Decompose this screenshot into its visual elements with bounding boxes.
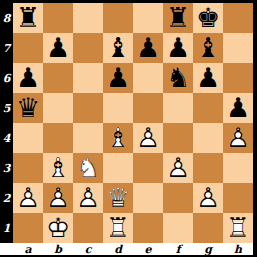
file-label-e: e: [133, 243, 163, 255]
white-pawn-icon: ♟♙: [73, 183, 103, 213]
black-pawn-icon: ♟: [103, 63, 133, 93]
square-h8[interactable]: [223, 3, 253, 33]
black-rook-icon: ♜: [13, 3, 43, 33]
square-c8[interactable]: [73, 3, 103, 33]
square-b4[interactable]: [43, 123, 73, 153]
white-rook-icon: ♜♖: [223, 213, 253, 243]
file-label-d: d: [103, 243, 133, 255]
white-rook-icon: ♜♖: [103, 213, 133, 243]
white-king-icon: ♚♔: [43, 213, 73, 243]
file-label-g: g: [193, 243, 223, 255]
black-pawn-icon: ♟: [163, 33, 193, 63]
rank-label-1: 1: [0, 213, 13, 243]
square-d3[interactable]: [103, 153, 133, 183]
chess-board: ♜♜♚♟♝♟♟♝♟♟♞♟♛♟♝♗♟♙♟♙♝♗♞♘♟♙♟♙♟♙♟♙♛♕♟♙♚♔♜♖…: [13, 3, 253, 243]
black-pawn-icon: ♟: [193, 63, 223, 93]
square-f7[interactable]: ♟: [163, 33, 193, 63]
file-label-a: a: [13, 243, 43, 255]
square-g3[interactable]: [193, 153, 223, 183]
square-d8[interactable]: [103, 3, 133, 33]
square-e4[interactable]: ♟♙: [133, 123, 163, 153]
square-h7[interactable]: [223, 33, 253, 63]
square-b6[interactable]: [43, 63, 73, 93]
square-b2[interactable]: ♟♙: [43, 183, 73, 213]
square-h2[interactable]: [223, 183, 253, 213]
black-bishop-icon: ♝: [193, 33, 223, 63]
square-e8[interactable]: [133, 3, 163, 33]
square-d1[interactable]: ♜♖: [103, 213, 133, 243]
square-f6[interactable]: ♞: [163, 63, 193, 93]
rank-label-7: 7: [0, 33, 13, 63]
square-c3[interactable]: ♞♘: [73, 153, 103, 183]
rank-label-4: 4: [0, 123, 13, 153]
file-label-c: c: [73, 243, 103, 255]
square-f2[interactable]: [163, 183, 193, 213]
square-b5[interactable]: [43, 93, 73, 123]
rank-label-5: 5: [0, 93, 13, 123]
square-g1[interactable]: [193, 213, 223, 243]
square-g4[interactable]: [193, 123, 223, 153]
square-a7[interactable]: [13, 33, 43, 63]
square-e7[interactable]: ♟: [133, 33, 163, 63]
square-d5[interactable]: [103, 93, 133, 123]
square-c2[interactable]: ♟♙: [73, 183, 103, 213]
square-c7[interactable]: [73, 33, 103, 63]
black-pawn-icon: ♟: [133, 33, 163, 63]
square-c1[interactable]: [73, 213, 103, 243]
square-g2[interactable]: ♟♙: [193, 183, 223, 213]
white-pawn-icon: ♟♙: [163, 153, 193, 183]
square-d6[interactable]: ♟: [103, 63, 133, 93]
square-e2[interactable]: [133, 183, 163, 213]
square-d4[interactable]: ♝♗: [103, 123, 133, 153]
black-pawn-icon: ♟: [43, 33, 73, 63]
square-a8[interactable]: ♜: [13, 3, 43, 33]
square-a4[interactable]: [13, 123, 43, 153]
square-d7[interactable]: ♝: [103, 33, 133, 63]
rank-label-8: 8: [0, 3, 13, 33]
square-e6[interactable]: [133, 63, 163, 93]
square-g6[interactable]: ♟: [193, 63, 223, 93]
white-bishop-icon: ♝♗: [103, 123, 133, 153]
square-g8[interactable]: ♚: [193, 3, 223, 33]
square-a3[interactable]: [13, 153, 43, 183]
rank-label-2: 2: [0, 183, 13, 213]
square-f4[interactable]: [163, 123, 193, 153]
black-knight-icon: ♞: [163, 63, 193, 93]
square-a1[interactable]: [13, 213, 43, 243]
file-label-b: b: [43, 243, 73, 255]
black-rook-icon: ♜: [163, 3, 193, 33]
white-pawn-icon: ♟♙: [193, 183, 223, 213]
rank-label-6: 6: [0, 63, 13, 93]
white-bishop-icon: ♝♗: [43, 153, 73, 183]
square-b7[interactable]: ♟: [43, 33, 73, 63]
square-c4[interactable]: [73, 123, 103, 153]
square-h3[interactable]: [223, 153, 253, 183]
white-pawn-icon: ♟♙: [223, 123, 253, 153]
white-knight-icon: ♞♘: [73, 153, 103, 183]
black-pawn-icon: ♟: [223, 93, 253, 123]
square-a5[interactable]: ♛: [13, 93, 43, 123]
black-queen-icon: ♛: [13, 93, 43, 123]
square-h6[interactable]: [223, 63, 253, 93]
square-h4[interactable]: ♟♙: [223, 123, 253, 153]
black-bishop-icon: ♝: [103, 33, 133, 63]
black-pawn-icon: ♟: [13, 63, 43, 93]
square-f5[interactable]: [163, 93, 193, 123]
square-a2[interactable]: ♟♙: [13, 183, 43, 213]
square-c5[interactable]: [73, 93, 103, 123]
board-border-right: [253, 0, 257, 257]
square-b1[interactable]: ♚♔: [43, 213, 73, 243]
square-e1[interactable]: [133, 213, 163, 243]
square-d2[interactable]: ♛♕: [103, 183, 133, 213]
square-a6[interactable]: ♟: [13, 63, 43, 93]
square-b3[interactable]: ♝♗: [43, 153, 73, 183]
square-e3[interactable]: [133, 153, 163, 183]
square-f1[interactable]: [163, 213, 193, 243]
rank-labels: 87654321: [0, 3, 13, 243]
rank-label-3: 3: [0, 153, 13, 183]
black-king-icon: ♚: [193, 3, 223, 33]
white-queen-icon: ♛♕: [103, 183, 133, 213]
white-pawn-icon: ♟♙: [13, 183, 43, 213]
square-f3[interactable]: ♟♙: [163, 153, 193, 183]
square-f8[interactable]: ♜: [163, 3, 193, 33]
file-label-h: h: [223, 243, 253, 255]
square-b8[interactable]: [43, 3, 73, 33]
white-pawn-icon: ♟♙: [133, 123, 163, 153]
square-g5[interactable]: [193, 93, 223, 123]
square-c6[interactable]: [73, 63, 103, 93]
file-label-f: f: [163, 243, 193, 255]
square-g7[interactable]: ♝: [193, 33, 223, 63]
square-h5[interactable]: ♟: [223, 93, 253, 123]
square-h1[interactable]: ♜♖: [223, 213, 253, 243]
chess-diagram: 87654321 ♜♜♚♟♝♟♟♝♟♟♞♟♛♟♝♗♟♙♟♙♝♗♞♘♟♙♟♙♟♙♟…: [0, 0, 257, 257]
white-pawn-icon: ♟♙: [43, 183, 73, 213]
square-e5[interactable]: [133, 93, 163, 123]
